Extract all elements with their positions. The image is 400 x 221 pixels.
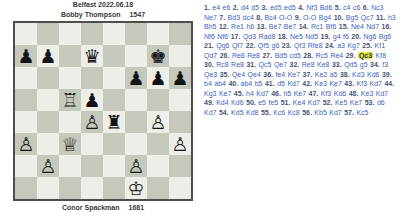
move-black[interactable]: Bd6 (320, 4, 332, 11)
move-black[interactable]: Ke8 (317, 61, 329, 68)
move-white[interactable]: Ke5 (335, 99, 347, 106)
move-number: 57. (344, 109, 354, 116)
move-white[interactable]: Bc4 (265, 14, 277, 21)
move-number: 39. (382, 71, 392, 78)
move-white[interactable]: Kd3 (352, 71, 364, 78)
move-number: 1. (204, 4, 210, 11)
move-number: 2. (233, 4, 239, 11)
move-white[interactable]: Ng6 (363, 33, 376, 40)
square-e5[interactable] (103, 89, 125, 111)
black-rook: ♜ (103, 111, 125, 133)
move-number: 48. (349, 90, 359, 97)
square-d5[interactable]: ♟ (81, 89, 103, 111)
square-h7[interactable] (169, 45, 191, 67)
move-white[interactable]: h5 (283, 90, 291, 97)
move-black[interactable]: Rad8 (259, 33, 276, 40)
square-e1[interactable] (103, 177, 125, 199)
move-white[interactable]: Ke2 (315, 71, 327, 78)
white-rook: ♖ (59, 89, 81, 111)
move-black[interactable]: g6 (272, 42, 280, 49)
black-pawn: ♟ (81, 89, 103, 111)
square-g2[interactable] (147, 155, 169, 177)
move-number: 23. (282, 42, 292, 49)
white-player-rating: 1681 (129, 204, 145, 211)
move-white[interactable]: Bd5 (275, 52, 287, 59)
square-d2[interactable] (81, 155, 103, 177)
square-g6[interactable]: ♟ (147, 67, 169, 89)
move-white[interactable]: Qg6 (216, 42, 229, 49)
move-black[interactable]: Kd8 (246, 109, 258, 116)
move-white[interactable]: Kc6 (273, 109, 285, 116)
move-number: 41. (265, 80, 275, 87)
square-f3[interactable] (125, 133, 147, 155)
move-black[interactable]: Qf7 (232, 42, 243, 49)
move-black[interactable]: Kd6 (334, 90, 346, 97)
move-white[interactable]: Kf3 (321, 90, 332, 97)
game-panel: Belfast 2022.06.18 Bobby Thompson1547 ♟♟… (0, 0, 200, 221)
white-pawn: ♙ (37, 155, 59, 177)
square-h4[interactable] (169, 111, 191, 133)
square-f7[interactable] (125, 45, 147, 67)
move-white[interactable]: Ke4 (293, 99, 305, 106)
move-black[interactable]: Be7 (284, 23, 296, 30)
move-number: 11. (376, 14, 385, 21)
move-number: 53. (365, 99, 375, 106)
move-white[interactable]: a3 (337, 42, 345, 49)
move-number: 20. (351, 33, 361, 40)
move-black[interactable]: b5 (255, 80, 263, 87)
square-c1[interactable] (59, 177, 81, 199)
move-white[interactable]: Nc3 (371, 4, 383, 11)
move-number: 46. (271, 90, 281, 97)
move-black[interactable]: Kd7 (256, 90, 268, 97)
move-number: 3. (262, 4, 268, 11)
square-b2[interactable]: ♙ (37, 155, 59, 177)
move-number: 17. (231, 33, 241, 40)
move-black[interactable]: a5 (330, 71, 338, 78)
square-c7[interactable] (59, 45, 81, 67)
move-black[interactable]: c6 (353, 4, 360, 11)
move-white[interactable]: Qe4 (232, 71, 245, 78)
move-black[interactable]: Re8 (231, 61, 244, 68)
black-pawn: ♟ (15, 45, 37, 67)
move-black[interactable]: d5 (251, 4, 259, 11)
move-black[interactable]: Nd5 (305, 33, 318, 40)
move-white[interactable]: Qd3 (243, 33, 256, 40)
move-black[interactable]: Kf8 (376, 52, 387, 59)
move-number: 38. (340, 71, 350, 78)
move-black[interactable]: e6 (223, 4, 231, 11)
move-black[interactable]: dc4 (243, 14, 254, 21)
move-number: 44. (384, 80, 394, 87)
square-a6[interactable] (15, 67, 37, 89)
move-black[interactable]: f6 (343, 33, 349, 40)
move-black[interactable]: Kd7 (329, 109, 341, 116)
black-queen: ♛ (81, 45, 103, 67)
square-e3[interactable] (103, 133, 125, 155)
move-number: 51. (281, 99, 291, 106)
move-black[interactable]: O-O (279, 14, 292, 21)
move-number: 26. (220, 52, 230, 59)
move-black[interactable]: Bg6 (379, 33, 391, 40)
move-number: 15. (339, 23, 349, 30)
move-number: 52. (323, 99, 333, 106)
move-black[interactable]: Nd7 (366, 23, 379, 30)
square-d8[interactable] (81, 23, 103, 45)
square-g3[interactable] (147, 133, 169, 155)
white-pawn: ♙ (81, 111, 103, 133)
move-white[interactable]: Ne4 (351, 23, 364, 30)
white-king: ♔ (125, 177, 147, 199)
move-white[interactable]: Kd4 (216, 99, 228, 106)
square-a5[interactable] (15, 89, 37, 111)
move-number: 12. (219, 23, 229, 30)
square-g4[interactable]: ♙ (147, 111, 169, 133)
square-b7[interactable]: ♟ (37, 45, 59, 67)
square-c5[interactable]: ♖ (59, 89, 81, 111)
square-f2[interactable]: ♙ (125, 155, 147, 177)
move-black[interactable]: Kc8 (288, 109, 300, 116)
black-pawn: ♟ (169, 67, 191, 89)
move-white[interactable]: O-O (303, 14, 316, 21)
move-white[interactable]: ed5 (270, 4, 282, 11)
square-h6[interactable]: ♟ (169, 67, 191, 89)
black-player-header: Bobby Thompson1547 (13, 11, 193, 18)
move-black[interactable]: Kg7 (347, 42, 359, 49)
square-b6[interactable] (37, 67, 59, 89)
move-white[interactable]: b4 (204, 80, 212, 87)
move-black[interactable]: Rfe8 (308, 42, 323, 49)
move-number: 27. (262, 52, 272, 59)
move-black[interactable]: Qd7 (204, 52, 217, 59)
move-white[interactable]: Ke3 (361, 90, 373, 97)
move-black[interactable]: Qe7 (274, 61, 287, 68)
square-d7[interactable]: ♛ (81, 45, 103, 67)
move-white[interactable]: e5 (258, 99, 266, 106)
square-h1[interactable] (169, 177, 191, 199)
square-a1[interactable] (15, 177, 37, 199)
move-number: 8. (256, 14, 262, 21)
square-c2[interactable] (59, 155, 81, 177)
move-white[interactable]: ab4 (241, 80, 253, 87)
move-number: 33. (332, 61, 342, 68)
white-pawn: ♙ (169, 133, 191, 155)
move-white[interactable]: Kb5 (314, 109, 326, 116)
move-black[interactable]: Qe3 (204, 71, 217, 78)
white-queen: ♕ (59, 133, 81, 155)
square-e8[interactable] (103, 23, 125, 45)
square-g1[interactable] (147, 177, 169, 199)
move-number: 42. (302, 80, 312, 87)
square-e7[interactable] (103, 45, 125, 67)
move-white[interactable]: Re1 (231, 23, 244, 30)
move-white[interactable]: g4 (333, 33, 341, 40)
white-pawn: ♙ (15, 133, 37, 155)
move-number: 31. (246, 61, 256, 68)
white-player-name: Conor Spackman (62, 204, 120, 211)
move-white[interactable]: d4 (241, 4, 249, 11)
move-white[interactable]: Qc5 (259, 61, 272, 68)
black-king: ♚ (147, 45, 169, 67)
move-black[interactable]: Ne7 (204, 14, 217, 21)
square-h2[interactable] (169, 155, 191, 177)
square-e6[interactable] (103, 67, 125, 89)
square-a2[interactable] (15, 155, 37, 177)
move-number: 9. (295, 14, 301, 21)
square-h8[interactable] (169, 23, 191, 45)
move-black[interactable]: g5 (360, 61, 368, 68)
move-black[interactable]: Kd6 (231, 99, 243, 106)
square-g5[interactable] (147, 89, 169, 111)
move-white[interactable]: Kf3 (357, 80, 368, 87)
move-white[interactable]: Rc8 (216, 61, 228, 68)
move-number: 22. (246, 42, 256, 49)
move-white[interactable]: d6 (377, 99, 385, 106)
move-list: 1. e4 e6 2. d4 d5 3. ed5 ed5 4. Nf3 Bd6 … (204, 3, 398, 118)
square-b8[interactable] (37, 23, 59, 45)
move-white[interactable]: Be7 (269, 23, 281, 30)
black-pawn: ♟ (125, 67, 147, 89)
move-black[interactable]: Re4 (330, 52, 343, 59)
square-e4[interactable]: ♜ (103, 111, 125, 133)
move-number: 49. (204, 99, 214, 106)
move-black[interactable]: Kd7 (376, 90, 388, 97)
move-number: 14. (299, 23, 309, 30)
white-player-header: Conor Spackman1681 (13, 204, 193, 211)
move-black[interactable]: Kd7 (287, 80, 299, 87)
move-number: 5. (335, 4, 341, 11)
move-white[interactable]: h3 (388, 14, 396, 21)
move-number: 16. (382, 23, 392, 30)
square-b5[interactable] (37, 89, 59, 111)
black-player-rating: 1547 (129, 11, 145, 18)
square-a8[interactable] (15, 23, 37, 45)
move-number: 45. (234, 90, 244, 97)
move-white[interactable]: d5 (277, 80, 285, 87)
move-black[interactable]: Kd7 (370, 80, 382, 87)
move-number: 19. (321, 33, 331, 40)
square-a4[interactable] (15, 111, 37, 133)
event-header: Belfast 2022.06.18 (13, 1, 193, 8)
move-white[interactable]: Rc1 (311, 23, 323, 30)
move-black[interactable]: Kd7 (308, 99, 320, 106)
move-number: 10. (334, 14, 344, 21)
square-c6[interactable] (59, 67, 81, 89)
square-a3[interactable]: ♙ (15, 133, 37, 155)
move-black[interactable]: Nf6 (217, 33, 228, 40)
move-number: 7. (219, 14, 225, 21)
move-black[interactable]: cd5 (290, 52, 301, 59)
move-black[interactable]: Ke7 (329, 80, 341, 87)
move-number: 30. (204, 61, 214, 68)
square-c8[interactable] (59, 23, 81, 45)
move-white[interactable]: Kf1 (375, 42, 386, 49)
move-number: 18. (278, 33, 288, 40)
move-number: 35. (220, 71, 230, 78)
move-number: 40. (228, 80, 238, 87)
square-c3[interactable]: ♕ (59, 133, 81, 155)
square-d1[interactable] (81, 177, 103, 199)
square-f6[interactable]: ♟ (125, 67, 147, 89)
square-c4[interactable] (59, 111, 81, 133)
move-number: 55. (261, 109, 271, 116)
black-player-name: Bobby Thompson (61, 11, 121, 18)
move-white[interactable]: f3 (382, 61, 388, 68)
move-number: 36. (263, 71, 273, 78)
move-black[interactable]: Bf6 (326, 23, 337, 30)
square-g8[interactable] (147, 23, 169, 45)
black-pawn: ♟ (147, 67, 169, 89)
move-white[interactable]: Nf6 (204, 33, 215, 40)
move-white[interactable]: Bg5 (346, 14, 358, 21)
square-b4[interactable] (37, 111, 59, 133)
square-f5[interactable] (125, 89, 147, 111)
move-white-highlighted[interactable]: Qc3 (358, 52, 373, 59)
move-number: 4. (298, 4, 304, 11)
move-black[interactable]: Ke7 (294, 90, 306, 97)
square-b3[interactable] (37, 133, 59, 155)
square-d6[interactable] (81, 67, 103, 89)
move-black[interactable]: Qe4 (248, 71, 261, 78)
move-white[interactable]: Ke3 (315, 80, 327, 87)
move-black[interactable]: Kd6 (367, 71, 379, 78)
move-number: 43. (344, 80, 354, 87)
move-number: 13. (257, 23, 267, 30)
move-number: 47. (309, 90, 319, 97)
move-number: 28. (303, 52, 313, 59)
square-f4[interactable] (125, 111, 147, 133)
square-g7[interactable]: ♚ (147, 45, 169, 67)
move-number: 56. (302, 109, 312, 116)
move-number: 24. (325, 42, 335, 49)
move-black[interactable]: fe5 (268, 99, 278, 106)
move-number: 32. (290, 61, 300, 68)
move-black[interactable]: ab4 (214, 80, 226, 87)
move-white[interactable]: Nf3 (306, 4, 317, 11)
move-white[interactable]: Rc5 (316, 52, 328, 59)
move-black[interactable]: ed5 (284, 4, 296, 11)
move-white[interactable]: Re8 (232, 52, 245, 59)
move-white[interactable]: Qf5 (258, 42, 269, 49)
move-white[interactable]: Qf3 (294, 42, 305, 49)
square-d3[interactable] (81, 133, 103, 155)
black-pawn: ♟ (37, 45, 59, 67)
square-a7[interactable]: ♟ (15, 45, 37, 67)
move-number: 6. (363, 4, 369, 11)
white-pawn: ♙ (147, 111, 169, 133)
move-black[interactable]: Kd7 (204, 109, 216, 116)
move-white[interactable]: Qd5 (344, 61, 357, 68)
move-black[interactable]: Re8 (247, 52, 260, 59)
move-number: 54. (219, 109, 229, 116)
move-number: 50. (246, 99, 256, 106)
move-white[interactable]: e4 (212, 4, 220, 11)
move-number: 29. (346, 52, 356, 59)
move-white[interactable]: Kg3 (204, 90, 216, 97)
chess-board[interactable]: ♟♟♛♚♟♟♟♖♟♙♜♙♙♕♙♙♙♔ (13, 21, 193, 201)
move-black[interactable]: Bh5 (204, 23, 216, 30)
square-b1[interactable] (37, 177, 59, 199)
square-f8[interactable] (125, 23, 147, 45)
square-h3[interactable]: ♙ (169, 133, 191, 155)
square-f1[interactable]: ♔ (125, 177, 147, 199)
move-black[interactable]: Qc7 (361, 14, 374, 21)
move-white[interactable]: fe4 (275, 71, 285, 78)
move-black[interactable]: Bg4 (319, 14, 331, 21)
move-white[interactable]: c4 (343, 4, 350, 11)
move-black[interactable]: Ke7 (350, 99, 362, 106)
move-number: 37. (303, 71, 313, 78)
square-h5[interactable] (169, 89, 191, 111)
move-number: 25. (362, 42, 372, 49)
square-e2[interactable] (103, 155, 125, 177)
move-black[interactable]: Ke7 (288, 71, 300, 78)
move-number: 34. (370, 61, 380, 68)
white-pawn: ♙ (125, 155, 147, 177)
move-black[interactable]: Ke7 (219, 90, 231, 97)
move-black[interactable]: h6 (246, 23, 254, 30)
move-white[interactable]: Kc5 (356, 109, 368, 116)
move-number: 21. (204, 42, 214, 49)
move-white[interactable]: Re8 (302, 61, 315, 68)
move-white[interactable]: h4 (246, 90, 254, 97)
move-white[interactable]: Ne5 (290, 33, 303, 40)
move-white[interactable]: Bd3 (228, 14, 240, 21)
move-white[interactable]: Kd5 (231, 109, 243, 116)
square-d4[interactable]: ♙ (81, 111, 103, 133)
